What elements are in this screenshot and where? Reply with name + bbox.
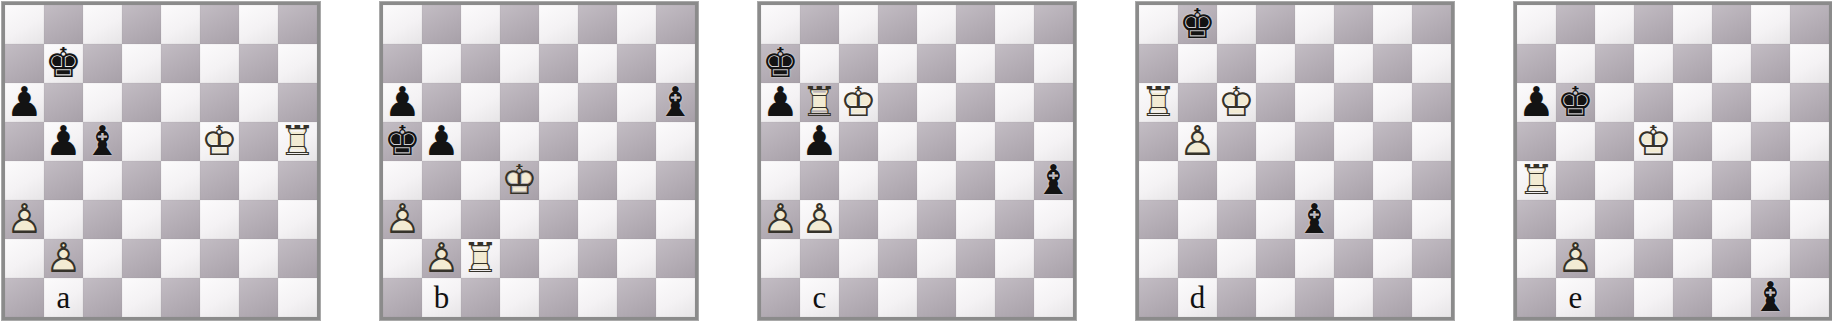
- board-e-square-b4: [1556, 161, 1595, 200]
- board-c-square-c1: [839, 278, 878, 317]
- board-e-square-c4: [1595, 161, 1634, 200]
- board-c-square-c3: [839, 200, 878, 239]
- board-label-c: c: [800, 278, 839, 317]
- board-a-square-f3: [200, 200, 239, 239]
- board-a-square-d2: [122, 239, 161, 278]
- board-c-square-b5: ♟: [800, 122, 839, 161]
- board-c-square-g5: [995, 122, 1034, 161]
- board-c-square-h1: [1034, 278, 1073, 317]
- board-a-square-c2: [83, 239, 122, 278]
- board-a-square-d3: [122, 200, 161, 239]
- chess-board-d: ♚♜♖♚♔♟♙♝d: [1136, 2, 1454, 320]
- board-c-square-f8: [956, 5, 995, 44]
- board-b-square-a3: ♟♙: [383, 200, 422, 239]
- board-b-square-g8: [617, 5, 656, 44]
- board-b-square-h6: ♝: [656, 83, 695, 122]
- board-b-square-e6: [539, 83, 578, 122]
- board-a-square-c1: [83, 278, 122, 317]
- board-d-square-e3: ♝: [1295, 200, 1334, 239]
- board-d-square-b8: ♚: [1178, 5, 1217, 44]
- board-d-square-h4: [1412, 161, 1451, 200]
- board-e-square-b5: [1556, 122, 1595, 161]
- board-b-square-b2: ♟♙: [422, 239, 461, 278]
- board-b-square-d8: [500, 5, 539, 44]
- board-c-square-f2: [956, 239, 995, 278]
- board-b-square-c8: [461, 5, 500, 44]
- board-c-square-h8: [1034, 5, 1073, 44]
- black-pawn: ♟: [761, 83, 800, 122]
- board-b-square-g4: [617, 161, 656, 200]
- board-d-square-g4: [1373, 161, 1412, 200]
- board-a-square-g6: [239, 83, 278, 122]
- board-d-square-d6: [1256, 83, 1295, 122]
- board-a-square-h2: [278, 239, 317, 278]
- board-b-square-h4: [656, 161, 695, 200]
- board-b-square-e1: [539, 278, 578, 317]
- board-b-square-a2: [383, 239, 422, 278]
- board-a-square-h8: [278, 5, 317, 44]
- board-e-square-e7: [1673, 44, 1712, 83]
- board-c-square-d4: [878, 161, 917, 200]
- board-c-square-g6: [995, 83, 1034, 122]
- board-a-square-f7: [200, 44, 239, 83]
- board-e-square-g5: [1751, 122, 1790, 161]
- board-b-square-c4: [461, 161, 500, 200]
- board-b-square-d1: [500, 278, 539, 317]
- board-e-square-c5: [1595, 122, 1634, 161]
- board-e-square-g7: [1751, 44, 1790, 83]
- chess-board-e: ♟♚♚♔♜♖♟♙e♝: [1514, 2, 1832, 320]
- board-b-square-g7: [617, 44, 656, 83]
- white-king: ♔: [200, 122, 239, 161]
- board-d-square-f4: [1334, 161, 1373, 200]
- board-d-square-g8: [1373, 5, 1412, 44]
- black-bishop: ♝: [1034, 161, 1073, 200]
- board-a-square-d5: [122, 122, 161, 161]
- board-a-square-c4: [83, 161, 122, 200]
- board-a-square-b7: ♚: [44, 44, 83, 83]
- board-d-square-d4: [1256, 161, 1295, 200]
- board-b-square-g5: [617, 122, 656, 161]
- board-a-square-a6: ♟: [5, 83, 44, 122]
- board-d-square-c5: [1217, 122, 1256, 161]
- board-a-square-d6: [122, 83, 161, 122]
- board-b-square-h2: [656, 239, 695, 278]
- board-label-b: b: [422, 278, 461, 317]
- board-d-square-h5: [1412, 122, 1451, 161]
- board-a-square-g8: [239, 5, 278, 44]
- board-b-square-b4: [422, 161, 461, 200]
- board-b-square-d2: [500, 239, 539, 278]
- board-a-square-e6: [161, 83, 200, 122]
- board-d-square-f1: [1334, 278, 1373, 317]
- board-b-square-c1: [461, 278, 500, 317]
- board-a-square-h7: [278, 44, 317, 83]
- board-c-square-h7: [1034, 44, 1073, 83]
- board-a-square-e4: [161, 161, 200, 200]
- board-d-square-a1: [1139, 278, 1178, 317]
- board-c-square-d5: [878, 122, 917, 161]
- white-pawn: ♙: [800, 200, 839, 239]
- board-a-square-f2: [200, 239, 239, 278]
- board-d-square-b7: [1178, 44, 1217, 83]
- board-e-square-h6: [1790, 83, 1829, 122]
- board-b-square-d7: [500, 44, 539, 83]
- board-c-square-b2: [800, 239, 839, 278]
- board-d-square-d5: [1256, 122, 1295, 161]
- board-c-square-e7: [917, 44, 956, 83]
- board-e-square-g3: [1751, 200, 1790, 239]
- black-bishop: ♝: [1751, 278, 1790, 317]
- board-d-square-g6: [1373, 83, 1412, 122]
- board-a-square-g2: [239, 239, 278, 278]
- board-e-square-e3: [1673, 200, 1712, 239]
- board-d-square-f8: [1334, 5, 1373, 44]
- board-d-square-g7: [1373, 44, 1412, 83]
- board-d-square-c1: [1217, 278, 1256, 317]
- board-a-square-a1: [5, 278, 44, 317]
- board-e-square-e8: [1673, 5, 1712, 44]
- board-e-square-d5: ♚♔: [1634, 122, 1673, 161]
- board-a-square-c7: [83, 44, 122, 83]
- board-e-square-g6: [1751, 83, 1790, 122]
- board-a-square-a8: [5, 5, 44, 44]
- board-e-square-f5: [1712, 122, 1751, 161]
- board-c-square-c6: ♚♔: [839, 83, 878, 122]
- board-d-square-c4: [1217, 161, 1256, 200]
- board-c-square-h2: [1034, 239, 1073, 278]
- board-e-square-h2: [1790, 239, 1829, 278]
- board-a-square-e2: [161, 239, 200, 278]
- board-e-square-d7: [1634, 44, 1673, 83]
- board-e-square-e6: [1673, 83, 1712, 122]
- board-b-square-f8: [578, 5, 617, 44]
- board-d-square-g1: [1373, 278, 1412, 317]
- board-label-e: e: [1556, 278, 1595, 317]
- board-c-square-g8: [995, 5, 1034, 44]
- board-a-square-f4: [200, 161, 239, 200]
- board-b-square-f3: [578, 200, 617, 239]
- board-e-square-b2: ♟♙: [1556, 239, 1595, 278]
- board-b-square-f2: [578, 239, 617, 278]
- black-bishop: ♝: [1295, 200, 1334, 239]
- board-a-square-g5: [239, 122, 278, 161]
- board-c-square-f7: [956, 44, 995, 83]
- board-d-square-a3: [1139, 200, 1178, 239]
- chess-board-b: ♟♝♚♟♚♔♟♙♟♙♜♖b: [380, 2, 698, 320]
- board-c-square-e1: [917, 278, 956, 317]
- board-e-square-a2: [1517, 239, 1556, 278]
- board-e-square-a1: [1517, 278, 1556, 317]
- board-b-square-e7: [539, 44, 578, 83]
- board-e-square-f6: [1712, 83, 1751, 122]
- board-c-square-a1: [761, 278, 800, 317]
- board-e-square-a3: [1517, 200, 1556, 239]
- board-b-square-c5: [461, 122, 500, 161]
- board-e-square-c2: [1595, 239, 1634, 278]
- white-pawn: ♙: [422, 239, 461, 278]
- board-b-square-g3: [617, 200, 656, 239]
- board-a-square-c5: ♝: [83, 122, 122, 161]
- board-d-square-e6: [1295, 83, 1334, 122]
- board-a-square-b5: ♟: [44, 122, 83, 161]
- board-b-square-d3: [500, 200, 539, 239]
- board-a-square-g4: [239, 161, 278, 200]
- board-e-square-e1: [1673, 278, 1712, 317]
- black-king: ♚: [44, 44, 83, 83]
- board-d-square-d7: [1256, 44, 1295, 83]
- board-c-square-a3: ♟♙: [761, 200, 800, 239]
- board-c-square-g3: [995, 200, 1034, 239]
- board-c-square-e3: [917, 200, 956, 239]
- board-d-square-h7: [1412, 44, 1451, 83]
- board-c-square-a5: [761, 122, 800, 161]
- board-c-square-h6: [1034, 83, 1073, 122]
- board-e-square-e2: [1673, 239, 1712, 278]
- board-e-square-f4: [1712, 161, 1751, 200]
- board-d-square-d8: [1256, 5, 1295, 44]
- board-b-square-g1: [617, 278, 656, 317]
- white-rook: ♖: [278, 122, 317, 161]
- board-d-square-a6: ♜♖: [1139, 83, 1178, 122]
- board-a-square-f5: ♚♔: [200, 122, 239, 161]
- white-rook: ♖: [1517, 161, 1556, 200]
- board-b-square-c7: [461, 44, 500, 83]
- board-e-square-g4: [1751, 161, 1790, 200]
- board-d-square-b5: ♟♙: [1178, 122, 1217, 161]
- board-a-square-c3: [83, 200, 122, 239]
- board-a-square-g3: [239, 200, 278, 239]
- board-d-square-d1: [1256, 278, 1295, 317]
- board-e-square-c8: [1595, 5, 1634, 44]
- board-c-square-g7: [995, 44, 1034, 83]
- board-label-d: d: [1178, 278, 1217, 317]
- board-e-square-b1: e: [1556, 278, 1595, 317]
- board-a-square-h4: [278, 161, 317, 200]
- black-pawn: ♟: [800, 122, 839, 161]
- white-rook: ♖: [461, 239, 500, 278]
- black-king: ♚: [383, 122, 422, 161]
- board-d-square-d3: [1256, 200, 1295, 239]
- board-c-square-b3: ♟♙: [800, 200, 839, 239]
- board-e-square-d8: [1634, 5, 1673, 44]
- board-d-square-c8: [1217, 5, 1256, 44]
- black-bishop: ♝: [656, 83, 695, 122]
- board-e-square-c6: [1595, 83, 1634, 122]
- board-a-square-a2: [5, 239, 44, 278]
- board-b-square-f6: [578, 83, 617, 122]
- board-e-square-c1: [1595, 278, 1634, 317]
- board-e-square-h8: [1790, 5, 1829, 44]
- board-c-square-a2: [761, 239, 800, 278]
- board-c-square-c5: [839, 122, 878, 161]
- board-d-square-f2: [1334, 239, 1373, 278]
- board-b-square-h5: [656, 122, 695, 161]
- board-c-square-f1: [956, 278, 995, 317]
- board-d-square-f6: [1334, 83, 1373, 122]
- board-d-square-g3: [1373, 200, 1412, 239]
- board-d-square-g2: [1373, 239, 1412, 278]
- chess-board-c: ♚♟♜♖♚♔♟♝♟♙♟♙c: [758, 2, 1076, 320]
- board-a-square-h5: ♜♖: [278, 122, 317, 161]
- board-c-square-c8: [839, 5, 878, 44]
- board-d-square-e8: [1295, 5, 1334, 44]
- black-pawn: ♟: [44, 122, 83, 161]
- board-d-square-f5: [1334, 122, 1373, 161]
- board-b-square-h8: [656, 5, 695, 44]
- board-e-square-d2: [1634, 239, 1673, 278]
- white-pawn: ♙: [44, 239, 83, 278]
- board-e-square-c3: [1595, 200, 1634, 239]
- board-b-square-f7: [578, 44, 617, 83]
- board-c-square-g1: [995, 278, 1034, 317]
- board-e-square-a6: ♟: [1517, 83, 1556, 122]
- board-a-square-b2: ♟♙: [44, 239, 83, 278]
- board-c-square-f3: [956, 200, 995, 239]
- board-a-square-e1: [161, 278, 200, 317]
- board-b-square-a1: [383, 278, 422, 317]
- board-d-square-h6: [1412, 83, 1451, 122]
- board-a-square-f1: [200, 278, 239, 317]
- white-pawn: ♙: [383, 200, 422, 239]
- board-c-square-d2: [878, 239, 917, 278]
- board-d-square-b4: [1178, 161, 1217, 200]
- board-b-square-b7: [422, 44, 461, 83]
- board-d-square-c6: ♚♔: [1217, 83, 1256, 122]
- board-a-square-h3: [278, 200, 317, 239]
- board-e-square-b8: [1556, 5, 1595, 44]
- board-e-square-e5: [1673, 122, 1712, 161]
- board-c-square-e8: [917, 5, 956, 44]
- board-d-square-f7: [1334, 44, 1373, 83]
- board-c-square-c4: [839, 161, 878, 200]
- white-king: ♔: [1634, 122, 1673, 161]
- board-c-square-f5: [956, 122, 995, 161]
- board-b-square-h1: [656, 278, 695, 317]
- board-e-square-d3: [1634, 200, 1673, 239]
- board-c-square-b1: c: [800, 278, 839, 317]
- board-d-square-g5: [1373, 122, 1412, 161]
- white-pawn: ♙: [1556, 239, 1595, 278]
- board-d-square-b2: [1178, 239, 1217, 278]
- board-e-square-c7: [1595, 44, 1634, 83]
- board-b-square-a5: ♚: [383, 122, 422, 161]
- board-d-square-h8: [1412, 5, 1451, 44]
- board-a-square-f8: [200, 5, 239, 44]
- board-d-square-h3: [1412, 200, 1451, 239]
- board-b-square-b8: [422, 5, 461, 44]
- board-a-square-e7: [161, 44, 200, 83]
- board-e-square-h4: [1790, 161, 1829, 200]
- board-b-square-c2: ♜♖: [461, 239, 500, 278]
- board-a-square-g7: [239, 44, 278, 83]
- board-a-square-b4: [44, 161, 83, 200]
- board-e-square-h3: [1790, 200, 1829, 239]
- black-pawn: ♟: [5, 83, 44, 122]
- board-a-square-a3: ♟♙: [5, 200, 44, 239]
- board-a-square-h1: [278, 278, 317, 317]
- white-king: ♔: [500, 161, 539, 200]
- board-b-square-f4: [578, 161, 617, 200]
- board-c-square-h4: ♝: [1034, 161, 1073, 200]
- black-pawn: ♟: [1517, 83, 1556, 122]
- board-c-square-d1: [878, 278, 917, 317]
- board-c-square-e6: [917, 83, 956, 122]
- board-b-square-e4: [539, 161, 578, 200]
- board-c-square-c2: [839, 239, 878, 278]
- board-d-square-a2: [1139, 239, 1178, 278]
- board-c-square-g2: [995, 239, 1034, 278]
- board-e-square-h7: [1790, 44, 1829, 83]
- board-e-square-f3: [1712, 200, 1751, 239]
- board-e-square-d1: [1634, 278, 1673, 317]
- board-a-square-c8: [83, 5, 122, 44]
- white-pawn: ♙: [761, 200, 800, 239]
- board-d-square-e7: [1295, 44, 1334, 83]
- black-bishop: ♝: [83, 122, 122, 161]
- board-d-square-f3: [1334, 200, 1373, 239]
- board-d-square-e2: [1295, 239, 1334, 278]
- board-e-square-d4: [1634, 161, 1673, 200]
- board-d-square-c3: [1217, 200, 1256, 239]
- white-king: ♔: [1217, 83, 1256, 122]
- board-c-square-d3: [878, 200, 917, 239]
- board-c-square-d7: [878, 44, 917, 83]
- board-d-square-c2: [1217, 239, 1256, 278]
- white-pawn: ♙: [1178, 122, 1217, 161]
- board-e-square-g1: ♝: [1751, 278, 1790, 317]
- board-e-square-a4: ♜♖: [1517, 161, 1556, 200]
- black-pawn: ♟: [422, 122, 461, 161]
- board-d-square-b3: [1178, 200, 1217, 239]
- board-b-square-d4: ♚♔: [500, 161, 539, 200]
- board-e-square-f2: [1712, 239, 1751, 278]
- board-a-square-b1: a: [44, 278, 83, 317]
- board-e-square-f7: [1712, 44, 1751, 83]
- black-king: ♚: [1556, 83, 1595, 122]
- board-c-square-e4: [917, 161, 956, 200]
- white-pawn: ♙: [5, 200, 44, 239]
- board-b-square-e3: [539, 200, 578, 239]
- board-b-square-a8: [383, 5, 422, 44]
- board-c-square-g4: [995, 161, 1034, 200]
- board-e-square-b6: ♚: [1556, 83, 1595, 122]
- board-e-square-a8: [1517, 5, 1556, 44]
- board-a-square-d1: [122, 278, 161, 317]
- board-b-square-g2: [617, 239, 656, 278]
- board-e-square-h5: [1790, 122, 1829, 161]
- board-c-square-h3: [1034, 200, 1073, 239]
- board-e-square-h1: [1790, 278, 1829, 317]
- chess-board-a: ♚♟♟♝♚♔♜♖♟♙♟♙a: [2, 2, 320, 320]
- board-d-square-e5: [1295, 122, 1334, 161]
- board-a-square-e8: [161, 5, 200, 44]
- board-a-square-e5: [161, 122, 200, 161]
- white-rook: ♖: [1139, 83, 1178, 122]
- board-c-square-d8: [878, 5, 917, 44]
- board-b-square-h3: [656, 200, 695, 239]
- board-d-square-h2: [1412, 239, 1451, 278]
- board-b-square-b5: ♟: [422, 122, 461, 161]
- board-label-a: a: [44, 278, 83, 317]
- board-b-square-e8: [539, 5, 578, 44]
- white-king: ♔: [839, 83, 878, 122]
- board-a-square-d7: [122, 44, 161, 83]
- board-a-square-e3: [161, 200, 200, 239]
- black-king: ♚: [1178, 5, 1217, 44]
- board-a-square-g1: [239, 278, 278, 317]
- board-d-square-b1: d: [1178, 278, 1217, 317]
